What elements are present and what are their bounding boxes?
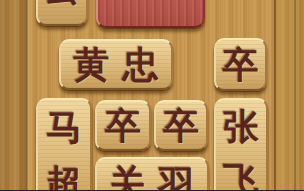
tile-zhao-yun[interactable]: 云 — [36, 0, 88, 26]
background-plank-right-2 — [296, 0, 304, 190]
tile-character: 黄 — [74, 47, 110, 83]
tile-character: 云 — [44, 0, 80, 6]
tile-character: 飞 — [223, 163, 259, 190]
tile-zu-mid-right[interactable]: 卒 — [154, 100, 208, 151]
tile-zhang-fei[interactable]: 张飞 — [214, 98, 268, 190]
tile-huang-zhong[interactable]: 黄忠 — [59, 39, 173, 90]
tile-character: 忠 — [123, 47, 159, 83]
tile-character: 超 — [46, 165, 82, 191]
tile-character: 马 — [46, 110, 82, 146]
tile-character: 羽 — [159, 166, 195, 191]
tile-zu-mid-left[interactable]: 卒 — [95, 100, 151, 151]
tile-ma-chao[interactable]: 马超 — [36, 98, 92, 190]
tile-character: 卒 — [105, 108, 141, 144]
background-plank-left — [0, 0, 26, 190]
tile-guan-yu[interactable]: 关羽 — [95, 157, 209, 190]
background-plank-right-1 — [276, 0, 294, 190]
tile-zu-top-right[interactable]: 卒 — [214, 38, 267, 91]
tile-character: 卒 — [163, 108, 199, 144]
board: 云黄忠卒马超卒卒张飞关羽 — [0, 0, 304, 190]
tile-character: 关 — [110, 166, 146, 191]
background-plank-seam-left — [26, 0, 29, 190]
tile-character: 张 — [223, 109, 259, 145]
tile-character: 卒 — [223, 47, 259, 83]
tile-red-general[interactable] — [96, 0, 205, 28]
